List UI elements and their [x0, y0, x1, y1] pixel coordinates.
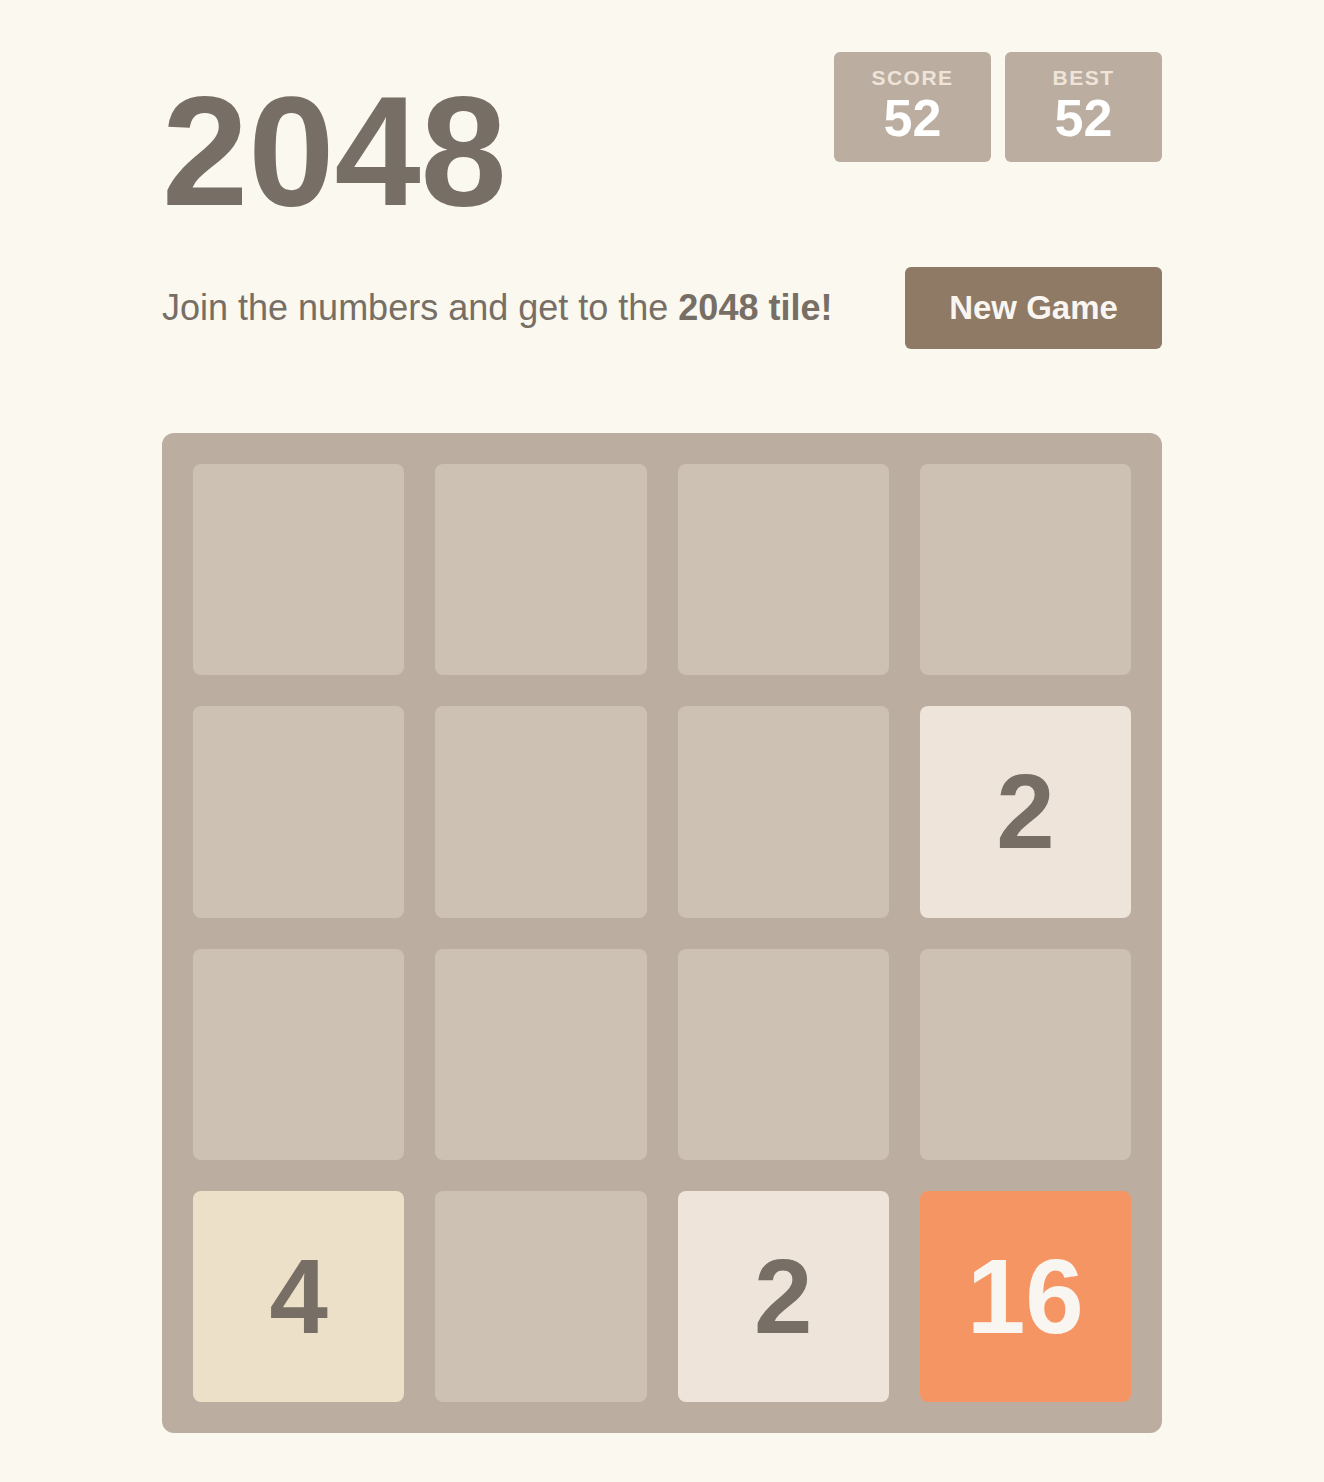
header: 2048 SCORE 52 BEST 52 — [162, 52, 1162, 229]
empty-cell — [435, 949, 646, 1160]
empty-cell — [435, 1191, 646, 1402]
page-title: 2048 — [162, 74, 507, 229]
scores-panel: SCORE 52 BEST 52 — [834, 52, 1162, 162]
page: 2048 SCORE 52 BEST 52 Join the numbers a… — [0, 0, 1324, 1482]
game-board[interactable]: 24216 — [162, 433, 1162, 1433]
new-game-button[interactable]: New Game — [905, 267, 1162, 349]
score-value: 52 — [884, 90, 942, 147]
empty-cell — [193, 949, 404, 1160]
tile-16: 16 — [920, 1191, 1131, 1402]
best-box: BEST 52 — [1005, 52, 1162, 162]
tile-2: 2 — [920, 706, 1131, 917]
game-container: 2048 SCORE 52 BEST 52 Join the numbers a… — [162, 0, 1162, 1433]
subtitle: Join the numbers and get to the 2048 til… — [162, 287, 832, 329]
tile-4: 4 — [193, 1191, 404, 1402]
empty-cell — [193, 706, 404, 917]
score-label: SCORE — [871, 66, 953, 90]
empty-cell — [678, 949, 889, 1160]
empty-cell — [435, 464, 646, 675]
empty-cell — [920, 949, 1131, 1160]
best-value: 52 — [1055, 90, 1113, 147]
tile-2: 2 — [678, 1191, 889, 1402]
score-box: SCORE 52 — [834, 52, 991, 162]
empty-cell — [193, 464, 404, 675]
best-label: BEST — [1052, 66, 1114, 90]
subtitle-bold-text: 2048 tile! — [678, 287, 832, 328]
empty-cell — [920, 464, 1131, 675]
empty-cell — [435, 706, 646, 917]
subtitle-normal-text: Join the numbers and get to the — [162, 287, 678, 328]
empty-cell — [678, 706, 889, 917]
empty-cell — [678, 464, 889, 675]
subheader: Join the numbers and get to the 2048 til… — [162, 267, 1162, 349]
